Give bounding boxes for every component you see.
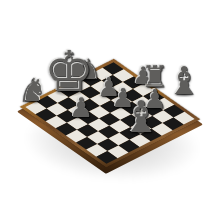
piece-knight-a8: ♞ [19, 74, 48, 106]
piece-bishop-e3: ♝ [121, 95, 160, 139]
chess-set-photo: ♞♟♜♚♝♟♞♟♟♟♝ [0, 0, 220, 220]
piece-pawn-c5: ♟ [69, 94, 93, 121]
piece-bishop-g2: ♝ [167, 62, 201, 100]
